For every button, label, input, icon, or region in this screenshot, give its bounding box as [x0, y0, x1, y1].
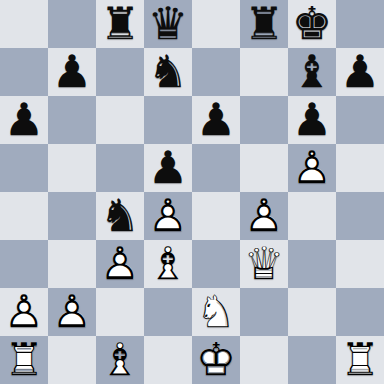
piece-white-bishop[interactable]: ♝♗ [144, 240, 192, 288]
square-b6[interactable] [48, 96, 96, 144]
square-e2[interactable]: ♞♘ [192, 288, 240, 336]
square-h1[interactable]: ♜♖ [336, 336, 384, 384]
square-f3[interactable]: ♛♕ [240, 240, 288, 288]
square-d8[interactable]: ♛ [144, 0, 192, 48]
piece-white-knight[interactable]: ♞♘ [192, 288, 240, 336]
piece-black-pawn[interactable]: ♟ [0, 96, 48, 144]
square-b5[interactable] [48, 144, 96, 192]
square-d1[interactable] [144, 336, 192, 384]
square-h4[interactable] [336, 192, 384, 240]
piece-white-pawn[interactable]: ♟♙ [48, 288, 96, 336]
square-d6[interactable] [144, 96, 192, 144]
square-h5[interactable] [336, 144, 384, 192]
square-g4[interactable] [288, 192, 336, 240]
square-e6[interactable]: ♟ [192, 96, 240, 144]
pawn-outline-glyph: ♙ [240, 192, 288, 240]
piece-black-knight[interactable]: ♞ [144, 48, 192, 96]
square-h6[interactable] [336, 96, 384, 144]
square-e8[interactable] [192, 0, 240, 48]
square-a7[interactable] [0, 48, 48, 96]
square-c3[interactable]: ♟♙ [96, 240, 144, 288]
piece-white-queen[interactable]: ♛♕ [240, 240, 288, 288]
pawn-outline-glyph: ♙ [96, 240, 144, 288]
square-a2[interactable]: ♟♙ [0, 288, 48, 336]
piece-black-pawn[interactable]: ♟ [192, 96, 240, 144]
pawn-outline-glyph: ♙ [48, 288, 96, 336]
piece-black-bishop[interactable]: ♝ [288, 48, 336, 96]
square-d2[interactable] [144, 288, 192, 336]
piece-black-rook[interactable]: ♜ [240, 0, 288, 48]
pawn-outline-glyph: ♙ [288, 144, 336, 192]
square-a6[interactable]: ♟ [0, 96, 48, 144]
square-d7[interactable]: ♞ [144, 48, 192, 96]
piece-white-pawn[interactable]: ♟♙ [144, 192, 192, 240]
square-c4[interactable]: ♞ [96, 192, 144, 240]
square-f6[interactable] [240, 96, 288, 144]
square-a1[interactable]: ♜♖ [0, 336, 48, 384]
square-e4[interactable] [192, 192, 240, 240]
king-outline-glyph: ♔ [192, 336, 240, 384]
square-d4[interactable]: ♟♙ [144, 192, 192, 240]
square-e7[interactable] [192, 48, 240, 96]
square-f5[interactable] [240, 144, 288, 192]
square-b8[interactable] [48, 0, 96, 48]
piece-white-pawn[interactable]: ♟♙ [96, 240, 144, 288]
square-c1[interactable]: ♝♗ [96, 336, 144, 384]
square-c5[interactable] [96, 144, 144, 192]
square-a4[interactable] [0, 192, 48, 240]
pawn-outline-glyph: ♙ [144, 192, 192, 240]
chess-board: ♜♛♜♚♟♞♝♟♟♟♟♟♟♙♞♟♙♟♙♟♙♝♗♛♕♟♙♟♙♞♘♜♖♝♗♚♔♜♖ [0, 0, 384, 384]
square-a8[interactable] [0, 0, 48, 48]
bishop-outline-glyph: ♗ [96, 336, 144, 384]
square-a3[interactable] [0, 240, 48, 288]
piece-black-king[interactable]: ♚ [288, 0, 336, 48]
piece-white-king[interactable]: ♚♔ [192, 336, 240, 384]
square-e1[interactable]: ♚♔ [192, 336, 240, 384]
square-b4[interactable] [48, 192, 96, 240]
piece-white-bishop[interactable]: ♝♗ [96, 336, 144, 384]
square-f8[interactable]: ♜ [240, 0, 288, 48]
rook-outline-glyph: ♖ [0, 336, 48, 384]
square-f1[interactable] [240, 336, 288, 384]
square-h2[interactable] [336, 288, 384, 336]
piece-black-pawn[interactable]: ♟ [288, 96, 336, 144]
knight-outline-glyph: ♘ [192, 288, 240, 336]
square-c8[interactable]: ♜ [96, 0, 144, 48]
square-f2[interactable] [240, 288, 288, 336]
queen-outline-glyph: ♕ [240, 240, 288, 288]
square-h3[interactable] [336, 240, 384, 288]
piece-white-pawn[interactable]: ♟♙ [240, 192, 288, 240]
bishop-outline-glyph: ♗ [144, 240, 192, 288]
square-c7[interactable] [96, 48, 144, 96]
square-f7[interactable] [240, 48, 288, 96]
square-g7[interactable]: ♝ [288, 48, 336, 96]
rook-outline-glyph: ♖ [336, 336, 384, 384]
square-g8[interactable]: ♚ [288, 0, 336, 48]
piece-black-knight[interactable]: ♞ [96, 192, 144, 240]
square-d3[interactable]: ♝♗ [144, 240, 192, 288]
square-g6[interactable]: ♟ [288, 96, 336, 144]
piece-white-rook[interactable]: ♜♖ [336, 336, 384, 384]
square-a5[interactable] [0, 144, 48, 192]
piece-black-pawn[interactable]: ♟ [48, 48, 96, 96]
square-e3[interactable] [192, 240, 240, 288]
square-f4[interactable]: ♟♙ [240, 192, 288, 240]
piece-black-pawn[interactable]: ♟ [144, 144, 192, 192]
square-h7[interactable]: ♟ [336, 48, 384, 96]
piece-black-queen[interactable]: ♛ [144, 0, 192, 48]
piece-black-pawn[interactable]: ♟ [336, 48, 384, 96]
square-g5[interactable]: ♟♙ [288, 144, 336, 192]
square-b3[interactable] [48, 240, 96, 288]
square-b7[interactable]: ♟ [48, 48, 96, 96]
pawn-outline-glyph: ♙ [0, 288, 48, 336]
square-c2[interactable] [96, 288, 144, 336]
square-g2[interactable] [288, 288, 336, 336]
square-h8[interactable] [336, 0, 384, 48]
piece-white-pawn[interactable]: ♟♙ [288, 144, 336, 192]
square-b2[interactable]: ♟♙ [48, 288, 96, 336]
square-c6[interactable] [96, 96, 144, 144]
square-g1[interactable] [288, 336, 336, 384]
piece-white-pawn[interactable]: ♟♙ [0, 288, 48, 336]
piece-white-rook[interactable]: ♜♖ [0, 336, 48, 384]
piece-black-rook[interactable]: ♜ [96, 0, 144, 48]
square-g3[interactable] [288, 240, 336, 288]
square-d5[interactable]: ♟ [144, 144, 192, 192]
square-e5[interactable] [192, 144, 240, 192]
square-b1[interactable] [48, 336, 96, 384]
